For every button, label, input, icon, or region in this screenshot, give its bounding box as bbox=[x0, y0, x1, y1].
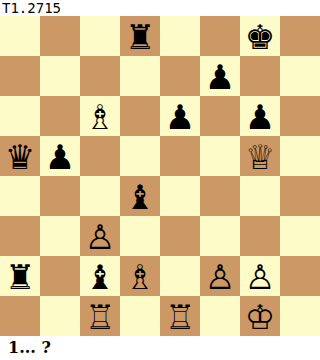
square-e4[interactable] bbox=[160, 176, 200, 216]
square-c4[interactable] bbox=[80, 176, 120, 216]
square-b1[interactable] bbox=[40, 296, 80, 336]
square-h7[interactable] bbox=[280, 56, 320, 96]
square-d4[interactable]: ♝ bbox=[120, 176, 160, 216]
piece-black-pawn: ♟ bbox=[40, 136, 80, 176]
square-h4[interactable] bbox=[280, 176, 320, 216]
square-b3[interactable] bbox=[40, 216, 80, 256]
square-c5[interactable] bbox=[80, 136, 120, 176]
chess-board: ♜♚♟♗♟♟♛♟♕♝♙♜♝♗♙♙♖♖♔ bbox=[0, 16, 320, 336]
square-d2[interactable]: ♗ bbox=[120, 256, 160, 296]
square-f5[interactable] bbox=[200, 136, 240, 176]
square-e8[interactable] bbox=[160, 16, 200, 56]
square-b4[interactable] bbox=[40, 176, 80, 216]
square-e6[interactable]: ♟ bbox=[160, 96, 200, 136]
square-g7[interactable] bbox=[240, 56, 280, 96]
square-g5[interactable]: ♕ bbox=[240, 136, 280, 176]
square-f2[interactable]: ♙ bbox=[200, 256, 240, 296]
piece-white-rook: ♖ bbox=[80, 296, 120, 336]
square-e1[interactable]: ♖ bbox=[160, 296, 200, 336]
square-f8[interactable] bbox=[200, 16, 240, 56]
square-f6[interactable] bbox=[200, 96, 240, 136]
square-b6[interactable] bbox=[40, 96, 80, 136]
piece-black-rook: ♜ bbox=[120, 16, 160, 56]
square-h2[interactable] bbox=[280, 256, 320, 296]
square-g3[interactable] bbox=[240, 216, 280, 256]
puzzle-id-label: T1.2715 bbox=[0, 0, 320, 16]
square-c2[interactable]: ♝ bbox=[80, 256, 120, 296]
square-b7[interactable] bbox=[40, 56, 80, 96]
square-d7[interactable] bbox=[120, 56, 160, 96]
square-c7[interactable] bbox=[80, 56, 120, 96]
square-f1[interactable] bbox=[200, 296, 240, 336]
square-b2[interactable] bbox=[40, 256, 80, 296]
piece-black-king: ♚ bbox=[240, 16, 280, 56]
move-prompt: 1... ? bbox=[0, 336, 320, 360]
square-a1[interactable] bbox=[0, 296, 40, 336]
piece-black-pawn: ♟ bbox=[160, 96, 200, 136]
square-d6[interactable] bbox=[120, 96, 160, 136]
piece-white-pawn: ♙ bbox=[240, 256, 280, 296]
square-b8[interactable] bbox=[40, 16, 80, 56]
square-g8[interactable]: ♚ bbox=[240, 16, 280, 56]
square-c8[interactable] bbox=[80, 16, 120, 56]
square-h1[interactable] bbox=[280, 296, 320, 336]
square-a4[interactable] bbox=[0, 176, 40, 216]
square-g6[interactable]: ♟ bbox=[240, 96, 280, 136]
piece-black-pawn: ♟ bbox=[240, 96, 280, 136]
square-c3[interactable]: ♙ bbox=[80, 216, 120, 256]
square-a2[interactable]: ♜ bbox=[0, 256, 40, 296]
square-g2[interactable]: ♙ bbox=[240, 256, 280, 296]
piece-white-pawn: ♙ bbox=[200, 256, 240, 296]
square-h3[interactable] bbox=[280, 216, 320, 256]
square-a6[interactable] bbox=[0, 96, 40, 136]
square-f4[interactable] bbox=[200, 176, 240, 216]
piece-white-queen: ♕ bbox=[240, 136, 280, 176]
square-e7[interactable] bbox=[160, 56, 200, 96]
piece-white-bishop: ♗ bbox=[80, 96, 120, 136]
piece-black-rook: ♜ bbox=[0, 256, 40, 296]
square-h5[interactable] bbox=[280, 136, 320, 176]
square-f7[interactable]: ♟ bbox=[200, 56, 240, 96]
piece-black-queen: ♛ bbox=[0, 136, 40, 176]
square-g4[interactable] bbox=[240, 176, 280, 216]
square-c1[interactable]: ♖ bbox=[80, 296, 120, 336]
piece-black-pawn: ♟ bbox=[200, 56, 240, 96]
square-a8[interactable] bbox=[0, 16, 40, 56]
square-h6[interactable] bbox=[280, 96, 320, 136]
square-e5[interactable] bbox=[160, 136, 200, 176]
square-d1[interactable] bbox=[120, 296, 160, 336]
piece-white-rook: ♖ bbox=[160, 296, 200, 336]
square-b5[interactable]: ♟ bbox=[40, 136, 80, 176]
square-a5[interactable]: ♛ bbox=[0, 136, 40, 176]
square-d3[interactable] bbox=[120, 216, 160, 256]
square-g1[interactable]: ♔ bbox=[240, 296, 280, 336]
square-c6[interactable]: ♗ bbox=[80, 96, 120, 136]
piece-white-king: ♔ bbox=[240, 296, 280, 336]
piece-white-pawn: ♙ bbox=[80, 216, 120, 256]
piece-black-bishop: ♝ bbox=[80, 256, 120, 296]
square-e2[interactable] bbox=[160, 256, 200, 296]
piece-black-bishop: ♝ bbox=[120, 176, 160, 216]
square-d8[interactable]: ♜ bbox=[120, 16, 160, 56]
square-d5[interactable] bbox=[120, 136, 160, 176]
square-h8[interactable] bbox=[280, 16, 320, 56]
piece-white-bishop: ♗ bbox=[120, 256, 160, 296]
square-f3[interactable] bbox=[200, 216, 240, 256]
square-a3[interactable] bbox=[0, 216, 40, 256]
square-a7[interactable] bbox=[0, 56, 40, 96]
square-e3[interactable] bbox=[160, 216, 200, 256]
